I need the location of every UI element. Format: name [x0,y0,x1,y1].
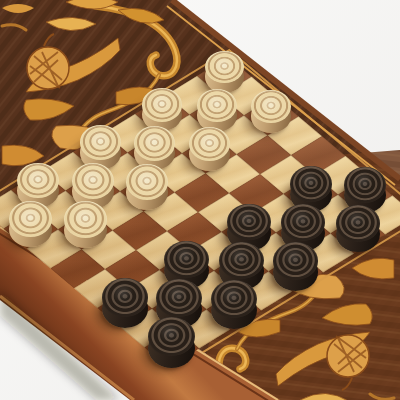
piece-white[interactable] [9,201,52,248]
piece-dark[interactable] [273,242,318,290]
piece-white[interactable] [197,89,237,132]
piece-top-face [134,126,175,160]
piece-top-face [102,278,148,317]
piece-top-face [251,90,291,123]
piece-dark[interactable] [102,278,148,328]
piece-top-face [142,88,182,121]
piece-top-face [72,163,114,198]
piece-top-face [290,166,332,202]
piece-dark[interactable] [211,280,257,330]
piece-top-face [17,163,59,198]
piece-white[interactable] [189,127,230,171]
piece-white[interactable] [251,90,291,133]
piece-top-face [219,242,264,280]
piece-top-face [273,242,318,280]
board-photo-scene [0,0,400,400]
piece-white[interactable] [205,51,244,93]
piece-top-face [211,280,257,319]
piece-top-face [126,164,168,199]
piece-top-face [281,204,325,241]
piece-dark[interactable] [336,205,380,252]
piece-top-face [197,89,237,122]
piece-white[interactable] [126,164,168,210]
piece-top-face [64,201,107,237]
piece-top-face [336,205,380,242]
piece-top-face [80,125,121,159]
piece-top-face [205,51,244,83]
piece-top-face [344,167,386,203]
piece-top-face [227,204,271,241]
piece-white[interactable] [142,88,182,131]
piece-white[interactable] [64,201,107,248]
piece-top-face [189,127,230,161]
piece-top-face [9,201,52,237]
piece-dark[interactable] [148,317,195,368]
